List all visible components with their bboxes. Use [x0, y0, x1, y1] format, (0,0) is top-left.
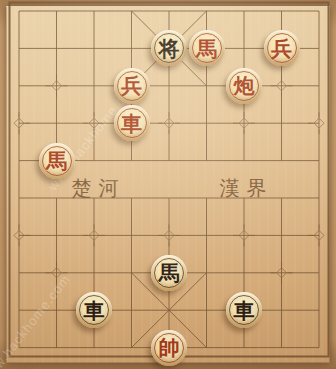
piece-red-horse-1[interactable]: 馬 [189, 30, 225, 66]
intersection-3-5[interactable] [113, 179, 151, 216]
intersection-7-1[interactable]: 兵 [263, 30, 301, 67]
intersection-1-1[interactable] [38, 30, 76, 67]
intersection-1-3[interactable] [38, 104, 76, 141]
intersection-5-8[interactable] [188, 291, 226, 328]
intersection-6-7[interactable] [225, 254, 263, 291]
piece-red-chariot[interactable]: 車 [114, 105, 150, 141]
intersection-6-6[interactable] [225, 217, 263, 254]
piece-black-chariot-1[interactable]: 車 [76, 292, 112, 328]
intersection-6-3[interactable] [225, 104, 263, 141]
intersection-5-4[interactable] [188, 142, 226, 179]
intersection-7-7[interactable] [263, 254, 301, 291]
piece-red-general[interactable]: 帥 [151, 330, 187, 366]
piece-red-soldier-2[interactable]: 兵 [114, 68, 150, 104]
intersection-8-5[interactable] [300, 179, 336, 216]
intersection-3-4[interactable] [113, 142, 151, 179]
intersection-2-8[interactable]: 車 [75, 291, 113, 328]
board-grid: 将馬兵兵炮車馬馬車車帥 [0, 0, 336, 366]
intersection-2-6[interactable] [75, 217, 113, 254]
intersection-1-5[interactable] [38, 179, 76, 216]
intersection-3-6[interactable] [113, 217, 151, 254]
intersection-3-2[interactable]: 兵 [113, 67, 151, 104]
intersection-5-5[interactable] [188, 179, 226, 216]
piece-glyph: 車 [234, 300, 255, 321]
intersection-3-0[interactable] [113, 0, 151, 30]
intersection-0-0[interactable] [0, 0, 38, 30]
intersection-2-9[interactable] [75, 329, 113, 366]
intersection-2-0[interactable] [75, 0, 113, 30]
piece-glyph: 車 [121, 113, 142, 134]
intersection-3-9[interactable] [113, 329, 151, 366]
intersection-6-1[interactable] [225, 30, 263, 67]
intersection-4-0[interactable] [150, 0, 188, 30]
piece-glyph: 帥 [159, 337, 180, 358]
intersection-3-1[interactable] [113, 30, 151, 67]
intersection-6-0[interactable] [225, 0, 263, 30]
intersection-2-7[interactable] [75, 254, 113, 291]
piece-glyph: 炮 [234, 75, 255, 96]
intersection-5-3[interactable] [188, 104, 226, 141]
intersection-2-4[interactable] [75, 142, 113, 179]
intersection-0-9[interactable] [0, 329, 38, 366]
intersection-5-2[interactable] [188, 67, 226, 104]
piece-glyph: 馬 [46, 150, 67, 171]
intersection-8-4[interactable] [300, 142, 336, 179]
intersection-7-9[interactable] [263, 329, 301, 366]
intersection-0-3[interactable] [0, 104, 38, 141]
intersection-3-7[interactable] [113, 254, 151, 291]
intersection-8-8[interactable] [300, 291, 336, 328]
piece-glyph: 馬 [159, 262, 180, 283]
intersection-1-7[interactable] [38, 254, 76, 291]
intersection-7-6[interactable] [263, 217, 301, 254]
intersection-6-8[interactable]: 車 [225, 291, 263, 328]
intersection-2-1[interactable] [75, 30, 113, 67]
piece-glyph: 兵 [271, 38, 292, 59]
piece-red-horse-2[interactable]: 馬 [39, 143, 75, 179]
intersection-8-6[interactable] [300, 217, 336, 254]
intersection-8-7[interactable] [300, 254, 336, 291]
intersection-1-2[interactable] [38, 67, 76, 104]
piece-glyph: 車 [84, 300, 105, 321]
intersection-5-0[interactable] [188, 0, 226, 30]
piece-glyph: 将 [159, 38, 180, 59]
intersection-0-5[interactable] [0, 179, 38, 216]
piece-black-general[interactable]: 将 [151, 30, 187, 66]
intersection-5-6[interactable] [188, 217, 226, 254]
intersection-0-7[interactable] [0, 254, 38, 291]
intersection-6-9[interactable] [225, 329, 263, 366]
xiangqi-board: 楚河 漢界 www.hackhome.com www.hackhome.com … [0, 0, 336, 369]
intersection-1-9[interactable] [38, 329, 76, 366]
intersection-3-3[interactable]: 車 [113, 104, 151, 141]
intersection-8-2[interactable] [300, 67, 336, 104]
piece-red-soldier-1[interactable]: 兵 [264, 30, 300, 66]
intersection-4-6[interactable] [150, 217, 188, 254]
intersection-7-8[interactable] [263, 291, 301, 328]
intersection-0-8[interactable] [0, 291, 38, 328]
intersection-8-0[interactable] [300, 0, 336, 30]
intersection-4-7[interactable]: 馬 [150, 254, 188, 291]
intersection-3-8[interactable] [113, 291, 151, 328]
intersection-1-4[interactable]: 馬 [38, 142, 76, 179]
intersection-4-8[interactable] [150, 291, 188, 328]
intersection-0-1[interactable] [0, 30, 38, 67]
intersection-7-3[interactable] [263, 104, 301, 141]
intersection-7-0[interactable] [263, 0, 301, 30]
intersection-8-1[interactable] [300, 30, 336, 67]
intersection-4-5[interactable] [150, 179, 188, 216]
intersection-6-5[interactable] [225, 179, 263, 216]
intersection-1-0[interactable] [38, 0, 76, 30]
intersection-2-2[interactable] [75, 67, 113, 104]
intersection-8-3[interactable] [300, 104, 336, 141]
intersection-6-2[interactable]: 炮 [225, 67, 263, 104]
intersection-6-4[interactable] [225, 142, 263, 179]
intersection-0-6[interactable] [0, 217, 38, 254]
intersection-1-8[interactable] [38, 291, 76, 328]
intersection-0-2[interactable] [0, 67, 38, 104]
intersection-2-5[interactable] [75, 179, 113, 216]
intersection-7-2[interactable] [263, 67, 301, 104]
intersection-5-7[interactable] [188, 254, 226, 291]
intersection-2-3[interactable] [75, 104, 113, 141]
intersection-4-2[interactable] [150, 67, 188, 104]
intersection-1-6[interactable] [38, 217, 76, 254]
intersection-4-1[interactable]: 将 [150, 30, 188, 67]
intersection-5-9[interactable] [188, 329, 226, 366]
intersection-0-4[interactable] [0, 142, 38, 179]
piece-black-horse[interactable]: 馬 [151, 255, 187, 291]
intersection-4-4[interactable] [150, 142, 188, 179]
piece-glyph: 馬 [196, 38, 217, 59]
intersection-5-1[interactable]: 馬 [188, 30, 226, 67]
intersection-8-9[interactable] [300, 329, 336, 366]
piece-red-cannon[interactable]: 炮 [226, 68, 262, 104]
intersection-4-3[interactable] [150, 104, 188, 141]
piece-black-chariot-2[interactable]: 車 [226, 292, 262, 328]
intersection-7-4[interactable] [263, 142, 301, 179]
intersection-4-9[interactable]: 帥 [150, 329, 188, 366]
piece-glyph: 兵 [121, 75, 142, 96]
intersection-7-5[interactable] [263, 179, 301, 216]
